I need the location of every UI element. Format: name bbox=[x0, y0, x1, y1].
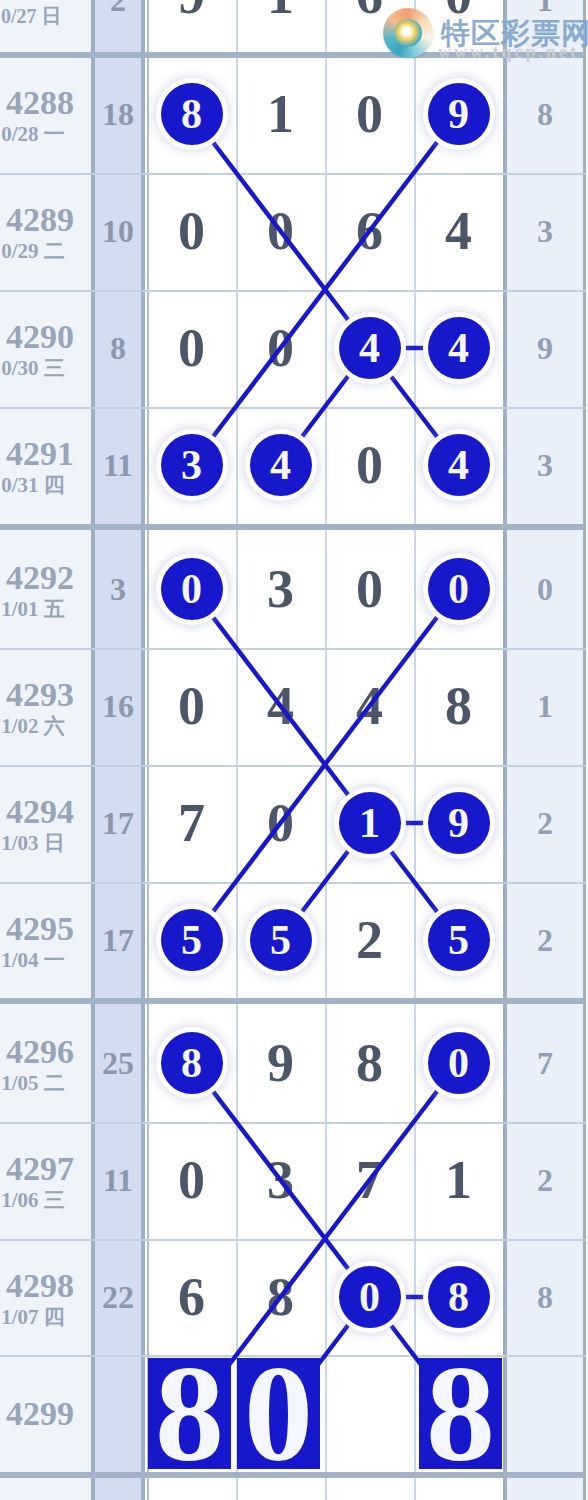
tail-digit: 1 bbox=[507, 648, 583, 765]
digit-circle: 4 bbox=[339, 317, 401, 379]
issue-number: 4290 bbox=[0, 318, 90, 356]
lottery-trend-chart: 0/27 日 2 9 1 6 0 1 42880/28 一18810984289… bbox=[0, 0, 588, 1500]
drawn-digit-circled-cell: 4 bbox=[414, 290, 503, 407]
issue-date: 0/30 三 bbox=[0, 356, 90, 380]
digit: 6 bbox=[178, 1266, 205, 1328]
drawn-digit-circled-cell: 0 bbox=[414, 531, 503, 648]
tail-digit: 2 bbox=[507, 882, 583, 999]
tail-digit: 2 bbox=[507, 765, 583, 882]
circled-digit: 0 bbox=[448, 565, 469, 613]
digit-circle: 8 bbox=[428, 1266, 490, 1328]
prediction-digit: 8 bbox=[155, 1358, 224, 1469]
digit: 0 bbox=[356, 434, 383, 496]
section-border bbox=[0, 998, 586, 1004]
digit-circle: 8 bbox=[161, 83, 223, 145]
partial-sum: 2 bbox=[95, 0, 141, 15]
drawn-digit-cell: 0 bbox=[236, 765, 325, 882]
partial-sum-clip: 2 bbox=[95, 0, 141, 15]
issue-cell: 42910/31 四 bbox=[0, 435, 90, 497]
drawn-digit-cell: 0 bbox=[236, 290, 325, 407]
sum-value: 22 bbox=[93, 1239, 143, 1356]
digit-circle: 4 bbox=[428, 317, 490, 379]
digit: 4 bbox=[445, 200, 472, 262]
prediction-square: 8 bbox=[419, 1358, 502, 1469]
prediction-digit: 0 bbox=[244, 1358, 313, 1469]
digit: 0 bbox=[267, 792, 294, 854]
sum-value: 18 bbox=[93, 56, 143, 173]
issue-date: 1/01 五 bbox=[0, 597, 90, 621]
tail-digit: 9 bbox=[507, 290, 583, 407]
digit: 0 bbox=[178, 317, 205, 379]
drawn-digit-cell: 0 bbox=[147, 1122, 236, 1239]
issue-number: 4292 bbox=[0, 559, 90, 597]
issue-date: 1/07 四 bbox=[0, 1305, 90, 1329]
issue-cell: 42931/02 六 bbox=[0, 676, 90, 738]
issue-cell: 42921/01 五 bbox=[0, 559, 90, 621]
digit: 0 bbox=[267, 317, 294, 379]
drawn-digit-circled-cell: 9 bbox=[414, 765, 503, 882]
digit: 0 bbox=[356, 83, 383, 145]
digit: 9 bbox=[267, 1032, 294, 1094]
circled-digit: 8 bbox=[181, 90, 202, 138]
drawn-digit-cell: 1 bbox=[236, 56, 325, 173]
issue-date: 1/04 一 bbox=[0, 948, 90, 972]
sum-value: 11 bbox=[93, 1122, 143, 1239]
digit: 0 bbox=[178, 200, 205, 262]
circled-digit: 5 bbox=[270, 916, 291, 964]
circled-digit: 9 bbox=[448, 90, 469, 138]
issue-date: 1/02 六 bbox=[0, 714, 90, 738]
issue-date: 1/06 三 bbox=[0, 1188, 90, 1212]
digit-circle: 4 bbox=[428, 434, 490, 496]
drawn-digit-circled-cell: 5 bbox=[414, 882, 503, 999]
drawn-digit-cell: 8 bbox=[236, 1239, 325, 1356]
digit: 4 bbox=[267, 675, 294, 737]
drawn-digit-circled-cell: 8 bbox=[414, 1239, 503, 1356]
digit: 6 bbox=[356, 200, 383, 262]
digit-circle: 5 bbox=[428, 909, 490, 971]
digit: 2 bbox=[356, 909, 383, 971]
drawn-digit-circled-cell: 8 bbox=[147, 1005, 236, 1122]
issue-cell: 42951/04 一 bbox=[0, 910, 90, 972]
digit: 8 bbox=[267, 1266, 294, 1328]
digit: 8 bbox=[356, 1032, 383, 1094]
partial-digit: 9 bbox=[147, 0, 236, 15]
drawn-digit-circled-cell: 9 bbox=[414, 56, 503, 173]
issue-number: 4295 bbox=[0, 910, 90, 948]
digit: 8 bbox=[445, 675, 472, 737]
circled-digit: 5 bbox=[181, 916, 202, 964]
drawn-digit-circled-cell: 4 bbox=[414, 407, 503, 524]
drawn-digit-cell: 7 bbox=[147, 765, 236, 882]
drawn-digit-circled-cell: 4 bbox=[236, 407, 325, 524]
partial-digit: 1 bbox=[236, 0, 325, 15]
digit-circle: 0 bbox=[428, 558, 490, 620]
digit: 3 bbox=[267, 1149, 294, 1211]
drawn-digit-cell: 9 bbox=[236, 1005, 325, 1122]
drawn-digit-circled-cell: 5 bbox=[147, 882, 236, 999]
drawn-digit-circled-cell: 3 bbox=[147, 407, 236, 524]
partial-issue-date: 0/27 日 bbox=[0, 3, 89, 30]
sum-value: 8 bbox=[93, 290, 143, 407]
logo-swirl-icon bbox=[383, 8, 433, 58]
drawn-digit-cell: 7 bbox=[325, 1122, 414, 1239]
drawn-digit-circled-cell: 0 bbox=[147, 531, 236, 648]
tail-right-border bbox=[583, 0, 586, 1500]
drawn-digit-cell: 4 bbox=[236, 648, 325, 765]
tail-digit: 3 bbox=[507, 173, 583, 290]
drawn-digit-cell: 4 bbox=[325, 648, 414, 765]
drawn-digit-cell: 0 bbox=[325, 56, 414, 173]
digit-circle: 0 bbox=[428, 1032, 490, 1094]
digit: 4 bbox=[356, 675, 383, 737]
issue-number: 4294 bbox=[0, 793, 90, 831]
digit: 1 bbox=[445, 1149, 472, 1211]
circled-digit: 8 bbox=[181, 1039, 202, 1087]
tail-digit: 8 bbox=[507, 1239, 583, 1356]
tail-digit: 7 bbox=[507, 1005, 583, 1122]
circled-digit: 4 bbox=[448, 324, 469, 372]
circled-digit: 1 bbox=[359, 799, 380, 847]
issue-cell: 42900/30 三 bbox=[0, 318, 90, 380]
issue-cell: 4299 bbox=[0, 1395, 90, 1433]
circled-digit: 0 bbox=[448, 1039, 469, 1087]
issue-cell: 42981/07 四 bbox=[0, 1267, 90, 1329]
section-border bbox=[0, 524, 586, 530]
digit: 0 bbox=[178, 1149, 205, 1211]
drawn-digit-cell: 0 bbox=[147, 648, 236, 765]
drawn-digit-cell: 2 bbox=[325, 882, 414, 999]
issue-date: 1/03 日 bbox=[0, 831, 90, 855]
sum-value: 16 bbox=[93, 648, 143, 765]
issue-number: 4288 bbox=[0, 84, 90, 122]
prediction-square: 8 bbox=[148, 1358, 231, 1469]
circled-digit: 9 bbox=[448, 799, 469, 847]
drawn-digit-cell: 0 bbox=[325, 407, 414, 524]
drawn-digit-cell: 1 bbox=[414, 1122, 503, 1239]
drawn-digit-circled-cell: 1 bbox=[325, 765, 414, 882]
drawn-digit-cell: 0 bbox=[147, 173, 236, 290]
sum-value: 10 bbox=[93, 173, 143, 290]
circled-digit: 4 bbox=[359, 324, 380, 372]
digit-circle: 8 bbox=[161, 1032, 223, 1094]
prediction-digit: 8 bbox=[426, 1358, 495, 1469]
sum-value: 3 bbox=[93, 531, 143, 648]
digit-circle: 0 bbox=[339, 1266, 401, 1328]
issue-cell: 42880/28 一 bbox=[0, 84, 90, 146]
drawn-digit-cell: 3 bbox=[236, 1122, 325, 1239]
section-border bbox=[0, 1472, 586, 1478]
circled-digit: 4 bbox=[448, 441, 469, 489]
issue-date: 0/29 二 bbox=[0, 239, 90, 263]
chart-rows: 42880/28 一188109842890/29 二100064342900/… bbox=[0, 0, 588, 1500]
digit-circle: 3 bbox=[161, 434, 223, 496]
sum-value: 11 bbox=[93, 407, 143, 524]
issue-number: 4291 bbox=[0, 435, 90, 473]
issue-number: 4299 bbox=[0, 1395, 90, 1433]
prediction-square: 0 bbox=[237, 1358, 320, 1469]
drawn-digit-cell: 8 bbox=[414, 648, 503, 765]
circled-digit: 5 bbox=[448, 916, 469, 964]
issue-number: 4289 bbox=[0, 201, 90, 239]
issue-number: 4298 bbox=[0, 1267, 90, 1305]
digit: 3 bbox=[267, 558, 294, 620]
partial-digit-clip: 1 bbox=[236, 0, 325, 15]
logo-swirl-center bbox=[394, 19, 422, 47]
drawn-digit-cell: 0 bbox=[236, 173, 325, 290]
tail-digit: 2 bbox=[507, 1122, 583, 1239]
digit-circle: 5 bbox=[250, 909, 312, 971]
drawn-digit-circled-cell: 0 bbox=[325, 1239, 414, 1356]
partial-digit-clip: 9 bbox=[147, 0, 236, 15]
issue-date: 0/31 四 bbox=[0, 473, 90, 497]
issue-number: 4293 bbox=[0, 676, 90, 714]
issue-number: 4296 bbox=[0, 1033, 90, 1071]
drawn-digit-cell: 0 bbox=[325, 531, 414, 648]
drawn-digit-circled-cell: 0 bbox=[414, 1005, 503, 1122]
digit-circle: 1 bbox=[339, 792, 401, 854]
issue-cell: 42971/06 三 bbox=[0, 1150, 90, 1212]
circled-digit: 3 bbox=[181, 441, 202, 489]
digit: 0 bbox=[267, 200, 294, 262]
digit: 0 bbox=[178, 675, 205, 737]
issue-cell: 42961/05 二 bbox=[0, 1033, 90, 1095]
issue-cell: 42941/03 日 bbox=[0, 793, 90, 855]
drawn-digit-cell: 4 bbox=[414, 173, 503, 290]
circled-digit: 4 bbox=[270, 441, 291, 489]
drawn-digit-circled-cell: 5 bbox=[236, 882, 325, 999]
drawn-digit-circled-cell: 8 bbox=[147, 56, 236, 173]
issue-cell: 42890/29 二 bbox=[0, 201, 90, 263]
issue-date: 1/05 二 bbox=[0, 1071, 90, 1095]
digit: 7 bbox=[356, 1149, 383, 1211]
sum-value: 25 bbox=[93, 1005, 143, 1122]
digit-circle: 0 bbox=[161, 558, 223, 620]
digit: 1 bbox=[267, 83, 294, 145]
digit: 7 bbox=[178, 792, 205, 854]
drawn-digit-circled-cell: 4 bbox=[325, 290, 414, 407]
drawn-digit-cell: 6 bbox=[147, 1239, 236, 1356]
drawn-digit-cell: 3 bbox=[236, 531, 325, 648]
digit-circle: 4 bbox=[250, 434, 312, 496]
digit-circle: 9 bbox=[428, 83, 490, 145]
circled-digit: 8 bbox=[448, 1273, 469, 1321]
tail-digit: 0 bbox=[507, 531, 583, 648]
issue-number: 4297 bbox=[0, 1150, 90, 1188]
drawn-digit-cell: 6 bbox=[325, 173, 414, 290]
drawn-digit-cell: 8 bbox=[325, 1005, 414, 1122]
sum-value: 17 bbox=[93, 765, 143, 882]
circled-digit: 0 bbox=[181, 565, 202, 613]
circled-digit: 0 bbox=[359, 1273, 380, 1321]
tail-digit: 8 bbox=[507, 56, 583, 173]
sum-value: 17 bbox=[93, 882, 143, 999]
issue-date: 0/28 一 bbox=[0, 122, 90, 146]
tail-digit: 3 bbox=[507, 407, 583, 524]
drawn-digit-cell: 0 bbox=[147, 290, 236, 407]
site-watermark: www.tqcp.net bbox=[438, 42, 588, 63]
digit: 0 bbox=[356, 558, 383, 620]
digit-circle: 5 bbox=[161, 909, 223, 971]
digit-circle: 9 bbox=[428, 792, 490, 854]
